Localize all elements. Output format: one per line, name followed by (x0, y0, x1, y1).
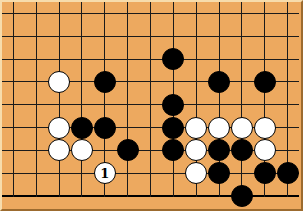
grid-vline (264, 48, 265, 71)
board-intersection (276, 116, 299, 139)
board-intersection (139, 116, 162, 139)
board-intersection (185, 139, 208, 162)
board-intersection (162, 162, 185, 185)
board-intersection (253, 116, 276, 139)
grid-vline (36, 2, 37, 25)
grid-vline (219, 25, 220, 48)
grid-vline (36, 139, 37, 162)
board-intersection (162, 2, 185, 25)
board-intersection (276, 71, 299, 94)
grid-vline (241, 93, 242, 116)
board-intersection (185, 93, 208, 116)
board-intersection (48, 185, 71, 208)
black-stone (162, 117, 184, 139)
board-intersection (48, 2, 71, 25)
black-stone (117, 139, 139, 161)
board-intersection (71, 185, 94, 208)
grid-vline (127, 25, 128, 48)
white-stone (185, 162, 207, 184)
board-intersection (253, 48, 276, 71)
board-intersection (93, 25, 116, 48)
board-intersection (162, 116, 185, 139)
grid-vline (36, 93, 37, 116)
board-intersection (139, 48, 162, 71)
board-intersection (230, 48, 253, 71)
grid-vline (264, 2, 265, 25)
board-intersection (116, 48, 139, 71)
board-intersection (253, 185, 276, 208)
grid-vline (13, 71, 14, 94)
board-grid: 1 (2, 2, 299, 208)
board-intersection (25, 185, 48, 208)
board-intersection (2, 71, 25, 94)
board-intersection (139, 25, 162, 48)
board-intersection (2, 185, 25, 208)
white-stone (185, 139, 207, 161)
black-stone (208, 162, 230, 184)
move-number-label: 1 (100, 166, 109, 179)
board-intersection (2, 25, 25, 48)
board-intersection (93, 139, 116, 162)
grid-vline (150, 2, 151, 25)
board-intersection (139, 71, 162, 94)
grid-vline (104, 93, 105, 116)
board-intersection (2, 93, 25, 116)
board-intersection (25, 48, 48, 71)
grid-vline (150, 48, 151, 71)
board-intersection: 1 (93, 162, 116, 185)
grid-vline (287, 93, 288, 116)
board-intersection (116, 71, 139, 94)
board-intersection (185, 48, 208, 71)
grid-vline (150, 162, 151, 185)
white-stone (48, 139, 70, 161)
grid-vline (127, 162, 128, 185)
board-intersection (48, 116, 71, 139)
board-intersection (48, 93, 71, 116)
grid-vline (104, 139, 105, 162)
board-intersection (253, 93, 276, 116)
board-intersection (25, 139, 48, 162)
board-intersection (25, 93, 48, 116)
board-intersection (116, 93, 139, 116)
grid-vline (150, 116, 151, 139)
white-stone (254, 117, 276, 139)
board-intersection (185, 2, 208, 25)
board-intersection (230, 162, 253, 185)
board-intersection (162, 25, 185, 48)
board-intersection (139, 93, 162, 116)
grid-vline (196, 93, 197, 116)
board-intersection (185, 25, 208, 48)
board-intersection (48, 48, 71, 71)
grid-vline (13, 48, 14, 71)
grid-vline (13, 139, 14, 162)
board-intersection (48, 139, 71, 162)
grid-vline (127, 2, 128, 25)
board-intersection (116, 116, 139, 139)
board-intersection (208, 185, 231, 208)
grid-vline (241, 25, 242, 48)
board-intersection (2, 162, 25, 185)
grid-vline (104, 48, 105, 71)
board-intersection (185, 162, 208, 185)
board-intersection (71, 116, 94, 139)
board-intersection (139, 162, 162, 185)
board-intersection (116, 162, 139, 185)
grid-vline (59, 48, 60, 71)
grid-vline (127, 116, 128, 139)
grid-vline (36, 25, 37, 48)
black-stone (254, 71, 276, 93)
grid-vline (287, 185, 288, 197)
board-intersection (2, 2, 25, 25)
board-intersection (2, 48, 25, 71)
grid-vline (127, 185, 128, 197)
grid-vline (127, 71, 128, 94)
white-stone (254, 139, 276, 161)
grid-vline (264, 185, 265, 197)
grid-vline (264, 93, 265, 116)
board-intersection (162, 185, 185, 208)
board-intersection (253, 2, 276, 25)
grid-vline (36, 71, 37, 94)
board-intersection (276, 139, 299, 162)
grid-vline (81, 162, 82, 185)
grid-vline (287, 116, 288, 139)
board-intersection (230, 2, 253, 25)
grid-vline (287, 139, 288, 162)
grid-vline (219, 2, 220, 25)
grid-vline (81, 185, 82, 197)
black-stone (231, 185, 253, 207)
grid-vline (150, 25, 151, 48)
board-intersection (276, 162, 299, 185)
grid-vline (81, 48, 82, 71)
board-intersection (71, 162, 94, 185)
grid-vline (173, 185, 174, 197)
board-intersection (162, 139, 185, 162)
board-intersection (93, 93, 116, 116)
grid-vline (150, 71, 151, 94)
black-stone (208, 71, 230, 93)
go-board: 1 (0, 0, 303, 211)
board-intersection (139, 185, 162, 208)
board-intersection (25, 116, 48, 139)
grid-vline (13, 93, 14, 116)
board-intersection (230, 25, 253, 48)
black-stone (71, 117, 93, 139)
grid-vline (13, 25, 14, 48)
grid-vline (127, 93, 128, 116)
board-intersection (162, 48, 185, 71)
board-intersection (276, 185, 299, 208)
grid-vline (287, 48, 288, 71)
grid-vline (196, 71, 197, 94)
grid-vline (264, 25, 265, 48)
grid-vline (36, 162, 37, 185)
grid-vline (81, 71, 82, 94)
grid-vline (219, 185, 220, 197)
board-intersection (230, 139, 253, 162)
grid-vline (127, 48, 128, 71)
board-intersection (71, 25, 94, 48)
white-stone (48, 71, 70, 93)
grid-vline (59, 185, 60, 197)
grid-vline (196, 185, 197, 197)
board-intersection (185, 116, 208, 139)
board-intersection (230, 116, 253, 139)
board-intersection (93, 116, 116, 139)
black-stone (277, 162, 299, 184)
white-stone-marked-1: 1 (94, 162, 116, 184)
board-intersection (230, 93, 253, 116)
black-stone (208, 139, 230, 161)
board-intersection (208, 93, 231, 116)
board-intersection (116, 2, 139, 25)
board-intersection (253, 71, 276, 94)
board-intersection (71, 48, 94, 71)
grid-vline (59, 93, 60, 116)
board-intersection (71, 2, 94, 25)
board-intersection (276, 2, 299, 25)
grid-vline (173, 71, 174, 94)
grid-vline (150, 185, 151, 197)
board-intersection (93, 48, 116, 71)
grid-vline (219, 93, 220, 116)
grid-vline (150, 139, 151, 162)
grid-vline (287, 25, 288, 48)
board-intersection (25, 71, 48, 94)
board-intersection (185, 185, 208, 208)
board-intersection (253, 25, 276, 48)
grid-vline (59, 2, 60, 25)
black-stone (162, 94, 184, 116)
board-intersection (162, 71, 185, 94)
board-intersection (25, 2, 48, 25)
black-stone (94, 117, 116, 139)
grid-vline (104, 2, 105, 25)
board-intersection (48, 25, 71, 48)
board-intersection (116, 185, 139, 208)
grid-vline (241, 2, 242, 25)
grid-vline (287, 2, 288, 25)
black-stone (162, 139, 184, 161)
board-intersection (208, 116, 231, 139)
board-intersection (25, 25, 48, 48)
grid-vline (219, 48, 220, 71)
board-intersection (185, 71, 208, 94)
board-intersection (208, 139, 231, 162)
board-intersection (276, 48, 299, 71)
grid-vline (196, 48, 197, 71)
grid-vline (196, 25, 197, 48)
grid-vline (241, 162, 242, 185)
board-intersection (71, 71, 94, 94)
grid-vline (13, 185, 14, 197)
board-intersection (253, 139, 276, 162)
board-intersection (162, 93, 185, 116)
grid-vline (36, 48, 37, 71)
grid-vline (81, 93, 82, 116)
grid-vline (59, 162, 60, 185)
grid-vline (104, 185, 105, 197)
black-stone (254, 162, 276, 184)
board-intersection (2, 116, 25, 139)
grid-vline (36, 185, 37, 197)
board-intersection (208, 162, 231, 185)
board-intersection (230, 71, 253, 94)
black-stone (231, 139, 253, 161)
board-intersection (208, 2, 231, 25)
board-intersection (93, 2, 116, 25)
white-stone (208, 117, 230, 139)
board-intersection (253, 162, 276, 185)
white-stone (231, 117, 253, 139)
grid-vline (81, 2, 82, 25)
board-intersection (93, 185, 116, 208)
black-stone (94, 71, 116, 93)
board-intersection (116, 139, 139, 162)
board-intersection (2, 139, 25, 162)
white-stone (48, 117, 70, 139)
board-intersection (276, 25, 299, 48)
white-stone (71, 139, 93, 161)
board-intersection (48, 162, 71, 185)
board-intersection (93, 71, 116, 94)
grid-vline (287, 71, 288, 94)
grid-vline (173, 2, 174, 25)
grid-vline (81, 25, 82, 48)
board-intersection (139, 2, 162, 25)
grid-vline (173, 162, 174, 185)
board-intersection (208, 48, 231, 71)
board-intersection (276, 93, 299, 116)
grid-vline (241, 71, 242, 94)
black-stone (162, 48, 184, 70)
board-intersection (25, 162, 48, 185)
grid-vline (196, 2, 197, 25)
grid-vline (36, 116, 37, 139)
board-intersection (71, 139, 94, 162)
grid-vline (150, 93, 151, 116)
grid-vline (104, 25, 105, 48)
grid-vline (59, 25, 60, 48)
board-intersection (71, 93, 94, 116)
board-intersection (230, 185, 253, 208)
board-intersection (116, 25, 139, 48)
board-intersection (139, 139, 162, 162)
grid-vline (173, 25, 174, 48)
grid-vline (13, 162, 14, 185)
grid-vline (241, 48, 242, 71)
white-stone (185, 117, 207, 139)
board-intersection (208, 71, 231, 94)
grid-vline (13, 116, 14, 139)
board-intersection (208, 25, 231, 48)
grid-vline (13, 2, 14, 25)
board-intersection (48, 71, 71, 94)
